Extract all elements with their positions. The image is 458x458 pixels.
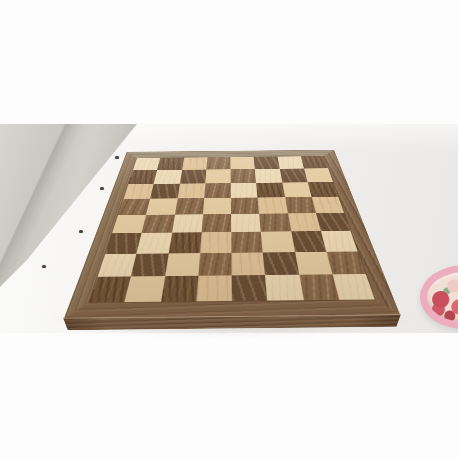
square-b7 [154, 170, 182, 184]
square-f4 [259, 213, 291, 231]
square-b6 [150, 183, 179, 198]
square-d3 [200, 232, 232, 253]
square-c8 [182, 157, 207, 170]
square-a3 [105, 233, 142, 254]
square-b3 [137, 233, 172, 254]
square-b4 [142, 215, 175, 233]
square-f5 [258, 197, 288, 214]
square-b8 [157, 158, 183, 171]
square-e5 [231, 197, 259, 214]
square-e8 [230, 157, 255, 170]
square-b1 [125, 276, 165, 302]
square-f8 [254, 157, 280, 170]
square-h4 [316, 213, 351, 231]
square-g8 [277, 156, 304, 169]
square-a6 [123, 184, 154, 199]
square-c7 [180, 170, 207, 184]
floral-plate [420, 265, 458, 329]
square-d2 [198, 252, 231, 275]
square-e2 [231, 252, 265, 275]
square-d8 [206, 157, 230, 170]
square-c2 [165, 253, 200, 276]
square-e3 [231, 232, 263, 253]
square-h8 [301, 156, 329, 169]
square-f3 [261, 232, 294, 253]
square-h2 [326, 251, 366, 274]
square-c1 [160, 276, 198, 302]
square-d6 [204, 183, 231, 198]
screw-dot [42, 265, 46, 268]
square-g3 [291, 231, 326, 252]
square-a2 [98, 253, 137, 276]
square-a8 [133, 158, 160, 171]
square-a7 [128, 170, 157, 184]
scene-photo [0, 0, 458, 458]
square-h3 [321, 231, 358, 252]
square-g7 [279, 169, 307, 183]
square-f6 [256, 182, 284, 197]
square-h7 [304, 168, 333, 182]
square-f7 [255, 169, 282, 183]
square-g6 [282, 182, 312, 197]
square-c3 [168, 232, 201, 253]
board-top-surface [64, 150, 399, 318]
square-b2 [131, 253, 168, 276]
square-c4 [172, 214, 203, 232]
square-d1 [196, 275, 232, 301]
square-e4 [231, 214, 261, 232]
square-e7 [231, 169, 257, 183]
square-h1 [332, 274, 375, 300]
square-a1 [89, 276, 131, 302]
square-h5 [311, 197, 344, 214]
square-b5 [146, 198, 177, 215]
square-d7 [205, 169, 231, 183]
chess-board [102, 85, 361, 344]
square-h6 [307, 182, 338, 197]
square-c5 [175, 198, 204, 215]
screw-dot [79, 230, 83, 233]
square-a4 [112, 215, 146, 234]
chess-board-3d [64, 150, 399, 318]
board-front-edge [63, 314, 401, 330]
square-a5 [118, 199, 150, 216]
square-d5 [203, 198, 231, 215]
square-g4 [287, 213, 320, 231]
square-f2 [263, 252, 299, 275]
square-c6 [177, 183, 205, 198]
square-d4 [201, 214, 231, 232]
square-g2 [294, 251, 332, 274]
square-g1 [299, 274, 339, 300]
square-e6 [231, 183, 258, 198]
playing-area [89, 156, 375, 302]
square-e1 [232, 275, 268, 301]
square-f1 [265, 274, 303, 300]
